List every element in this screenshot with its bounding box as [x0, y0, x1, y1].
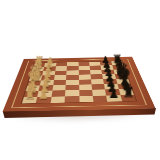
square: [50, 96, 65, 103]
perspective-scene: ♜♟♟♜♞♟♟♞♝♟♟♝♛♟♟♛♚♟♟♚♝♟♟♝♞♟♟♞♜♟♟♜: [14, 15, 144, 145]
board-tilt-wrapper: ♜♟♟♜♞♟♟♞♝♟♟♝♛♟♟♛♚♟♟♚♝♟♟♝♞♟♟♞♜♟♟♜: [0, 0, 160, 160]
square: [120, 95, 136, 102]
square: [93, 95, 108, 102]
square: [79, 96, 93, 103]
chess-board: ♜♟♟♜♞♟♟♞♝♟♟♝♛♟♟♛♚♟♟♚♝♟♟♝♞♟♟♞♜♟♟♜: [3, 57, 156, 112]
square: [65, 96, 79, 103]
chess-photo-stage: ♜♟♟♜♞♟♟♞♝♟♟♝♛♟♟♛♚♟♟♚♝♟♟♝♞♟♟♞♜♟♟♜: [0, 0, 160, 160]
square: [36, 97, 51, 104]
